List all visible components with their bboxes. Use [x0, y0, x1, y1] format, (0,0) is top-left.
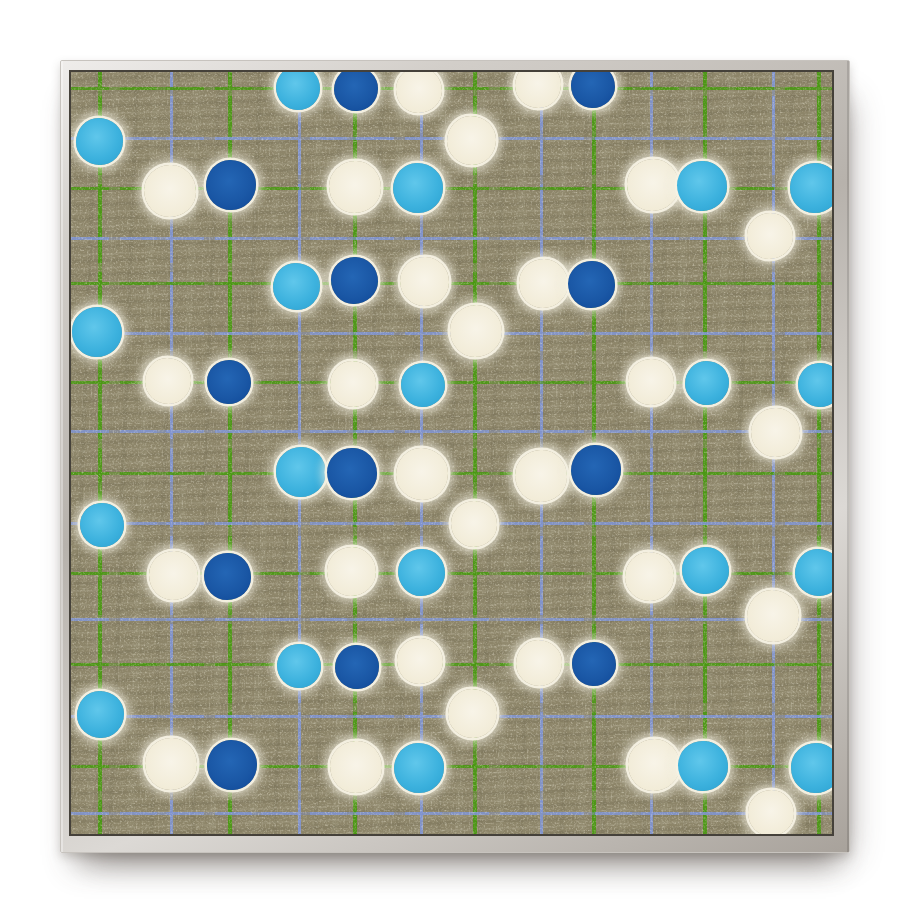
- white-stone: [329, 161, 381, 213]
- white-stone: [628, 359, 674, 405]
- cyan-stone: [276, 447, 326, 497]
- white-stone: [396, 70, 442, 113]
- white-stone: [448, 689, 497, 738]
- stone-layer: [71, 72, 832, 834]
- cyan-stone: [791, 743, 834, 793]
- white-stone: [396, 448, 448, 500]
- white-stone: [144, 165, 196, 217]
- white-stone: [625, 552, 674, 601]
- cyan-stone: [72, 307, 122, 357]
- navy-stone: [206, 160, 256, 210]
- painting-canvas: [69, 70, 834, 836]
- cyan-stone: [795, 549, 835, 596]
- gallery-wall: [0, 0, 900, 900]
- white-stone: [400, 257, 449, 306]
- cyan-stone: [277, 644, 321, 688]
- cyan-stone: [394, 743, 444, 793]
- white-stone: [516, 640, 562, 686]
- navy-stone: [568, 261, 615, 308]
- cyan-stone: [276, 70, 320, 110]
- white-stone: [330, 741, 382, 793]
- white-stone: [627, 159, 679, 211]
- white-stone: [451, 501, 497, 547]
- white-stone: [515, 450, 567, 502]
- cyan-stone: [677, 161, 727, 211]
- navy-stone: [331, 257, 378, 304]
- navy-stone: [207, 740, 257, 790]
- cyan-stone: [398, 549, 445, 596]
- white-stone: [519, 259, 568, 308]
- white-stone: [751, 408, 800, 457]
- navy-stone: [571, 445, 621, 495]
- cyan-stone: [80, 503, 124, 547]
- navy-stone: [335, 645, 379, 689]
- white-stone: [748, 790, 794, 836]
- cyan-stone: [76, 118, 123, 165]
- white-stone: [397, 638, 443, 684]
- white-stone: [330, 361, 376, 407]
- white-stone: [145, 358, 191, 404]
- white-stone: [145, 738, 197, 790]
- white-stone: [450, 305, 502, 357]
- cyan-stone: [678, 741, 728, 791]
- navy-stone: [572, 642, 616, 686]
- navy-stone: [571, 70, 615, 108]
- cyan-stone: [685, 361, 729, 405]
- white-stone: [447, 116, 496, 165]
- navy-stone: [327, 448, 377, 498]
- navy-stone: [334, 70, 378, 111]
- picture-frame: [60, 60, 850, 853]
- white-stone: [628, 739, 680, 791]
- navy-stone: [204, 553, 251, 600]
- white-stone: [747, 213, 793, 259]
- white-stone: [149, 551, 198, 600]
- white-stone: [747, 590, 799, 642]
- cyan-stone: [790, 163, 834, 213]
- navy-stone: [207, 360, 251, 404]
- cyan-stone: [273, 263, 320, 310]
- cyan-stone: [401, 363, 445, 407]
- cyan-stone: [798, 363, 834, 407]
- cyan-stone: [682, 547, 729, 594]
- white-stone: [515, 70, 561, 108]
- cyan-stone: [393, 163, 443, 213]
- cyan-stone: [77, 691, 124, 738]
- white-stone: [327, 547, 376, 596]
